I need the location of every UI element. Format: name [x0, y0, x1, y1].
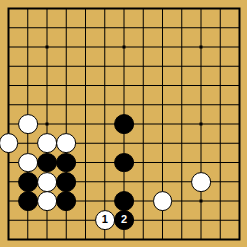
- intersection[interactable]: [191, 153, 210, 172]
- intersection[interactable]: [57, 211, 76, 230]
- white-stone: [18, 153, 38, 173]
- intersection[interactable]: [0, 95, 18, 114]
- intersection[interactable]: [211, 95, 230, 114]
- intersection[interactable]: [191, 57, 210, 76]
- intersection[interactable]: [18, 0, 37, 18]
- intersection[interactable]: [134, 95, 153, 114]
- intersection[interactable]: [230, 37, 247, 56]
- white-stone: [37, 191, 57, 211]
- intersection[interactable]: [95, 37, 114, 56]
- intersection[interactable]: [172, 18, 191, 37]
- intersection[interactable]: [95, 57, 114, 76]
- white-stone: [18, 114, 38, 134]
- intersection[interactable]: [76, 57, 95, 76]
- intersection[interactable]: [114, 18, 133, 37]
- intersection[interactable]: [18, 211, 37, 230]
- intersection[interactable]: [172, 57, 191, 76]
- intersection[interactable]: [95, 76, 114, 95]
- intersection[interactable]: [37, 230, 56, 247]
- intersection[interactable]: [18, 18, 37, 37]
- intersection[interactable]: [57, 37, 76, 56]
- intersection[interactable]: [134, 37, 153, 56]
- intersection[interactable]: [37, 134, 56, 153]
- intersection[interactable]: [0, 230, 18, 247]
- intersection[interactable]: [57, 134, 76, 153]
- intersection[interactable]: [211, 172, 230, 191]
- intersection[interactable]: [76, 172, 95, 191]
- intersection[interactable]: [134, 153, 153, 172]
- intersection[interactable]: [114, 76, 133, 95]
- intersection[interactable]: [153, 76, 172, 95]
- intersection[interactable]: [76, 114, 95, 133]
- intersection[interactable]: [172, 172, 191, 191]
- intersection[interactable]: [230, 211, 247, 230]
- intersection[interactable]: [18, 230, 37, 247]
- intersection[interactable]: [191, 114, 210, 133]
- intersection[interactable]: [0, 153, 18, 172]
- white-stone: [0, 133, 18, 153]
- intersection[interactable]: [0, 37, 18, 56]
- intersection[interactable]: [230, 172, 247, 191]
- intersection[interactable]: [76, 95, 95, 114]
- intersection[interactable]: [153, 134, 172, 153]
- intersection[interactable]: [114, 191, 133, 210]
- intersection[interactable]: [211, 134, 230, 153]
- intersection[interactable]: [153, 211, 172, 230]
- intersection[interactable]: [37, 211, 56, 230]
- intersection[interactable]: [134, 191, 153, 210]
- intersection[interactable]: [191, 18, 210, 37]
- intersection[interactable]: [57, 114, 76, 133]
- intersection[interactable]: [37, 18, 56, 37]
- intersection[interactable]: [153, 95, 172, 114]
- intersection[interactable]: [37, 95, 56, 114]
- intersection[interactable]: [191, 37, 210, 56]
- black-stone: [114, 153, 134, 173]
- intersection[interactable]: [172, 134, 191, 153]
- intersection[interactable]: [18, 114, 37, 133]
- move-2-black-stone: 2: [114, 210, 134, 230]
- white-stone: [191, 172, 211, 192]
- intersection[interactable]: [95, 0, 114, 18]
- white-stone: [37, 172, 57, 192]
- intersection[interactable]: [172, 230, 191, 247]
- intersection[interactable]: [114, 37, 133, 56]
- intersection[interactable]: [76, 0, 95, 18]
- intersection[interactable]: [114, 114, 133, 133]
- intersection[interactable]: 1: [95, 211, 114, 230]
- intersection[interactable]: [172, 76, 191, 95]
- intersection[interactable]: [230, 18, 247, 37]
- intersection[interactable]: [211, 230, 230, 247]
- intersection[interactable]: [76, 153, 95, 172]
- intersection[interactable]: [57, 153, 76, 172]
- intersection[interactable]: [18, 134, 37, 153]
- intersection[interactable]: [153, 191, 172, 210]
- intersection[interactable]: [0, 172, 18, 191]
- intersection[interactable]: [211, 76, 230, 95]
- intersection[interactable]: [230, 134, 247, 153]
- intersection[interactable]: [172, 95, 191, 114]
- intersection[interactable]: [37, 153, 56, 172]
- intersection[interactable]: [230, 0, 247, 18]
- intersection[interactable]: [76, 37, 95, 56]
- intersection[interactable]: [134, 172, 153, 191]
- intersection[interactable]: [114, 172, 133, 191]
- intersection[interactable]: [153, 0, 172, 18]
- intersection[interactable]: [18, 153, 37, 172]
- go-board: 12: [0, 0, 247, 247]
- intersection[interactable]: [230, 153, 247, 172]
- white-stone: [56, 133, 76, 153]
- move-number-label: 1: [102, 214, 108, 225]
- intersection[interactable]: [114, 153, 133, 172]
- intersection[interactable]: [76, 211, 95, 230]
- intersection[interactable]: [18, 95, 37, 114]
- intersection[interactable]: [18, 57, 37, 76]
- black-stone: [56, 191, 76, 211]
- intersection[interactable]: [230, 230, 247, 247]
- black-stone: [56, 153, 76, 173]
- intersection[interactable]: [18, 37, 37, 56]
- intersection[interactable]: [134, 76, 153, 95]
- black-stone: [18, 172, 38, 192]
- intersection[interactable]: [114, 230, 133, 247]
- intersection[interactable]: [95, 230, 114, 247]
- intersection[interactable]: [95, 191, 114, 210]
- intersection[interactable]: [211, 153, 230, 172]
- intersection[interactable]: [0, 57, 18, 76]
- intersection[interactable]: [57, 230, 76, 247]
- intersection[interactable]: [230, 57, 247, 76]
- intersection[interactable]: [134, 18, 153, 37]
- intersection[interactable]: [211, 37, 230, 56]
- intersection[interactable]: [95, 153, 114, 172]
- intersection[interactable]: [134, 57, 153, 76]
- intersection[interactable]: [0, 191, 18, 210]
- intersection[interactable]: [134, 0, 153, 18]
- intersection[interactable]: [211, 0, 230, 18]
- intersection[interactable]: [153, 18, 172, 37]
- intersection[interactable]: [95, 18, 114, 37]
- intersection[interactable]: [76, 230, 95, 247]
- intersection[interactable]: [153, 114, 172, 133]
- intersection[interactable]: [134, 211, 153, 230]
- intersection[interactable]: [153, 172, 172, 191]
- intersection[interactable]: [153, 57, 172, 76]
- intersection[interactable]: [18, 191, 37, 210]
- intersection[interactable]: [191, 172, 210, 191]
- intersection[interactable]: [153, 230, 172, 247]
- white-stone: [153, 191, 173, 211]
- intersection[interactable]: [57, 95, 76, 114]
- intersection[interactable]: [114, 134, 133, 153]
- intersection[interactable]: [37, 191, 56, 210]
- intersection[interactable]: [37, 76, 56, 95]
- intersection[interactable]: [191, 95, 210, 114]
- move-number-label: 2: [121, 214, 127, 225]
- intersection[interactable]: [134, 134, 153, 153]
- intersection[interactable]: [0, 114, 18, 133]
- intersection[interactable]: [57, 76, 76, 95]
- intersection[interactable]: [191, 191, 210, 210]
- intersection[interactable]: [230, 76, 247, 95]
- intersection[interactable]: [172, 37, 191, 56]
- black-stone: [56, 172, 76, 192]
- intersection[interactable]: [57, 57, 76, 76]
- intersection[interactable]: [191, 211, 210, 230]
- intersection[interactable]: [0, 211, 18, 230]
- intersection[interactable]: [0, 76, 18, 95]
- intersection[interactable]: [0, 0, 18, 18]
- intersection[interactable]: [18, 172, 37, 191]
- intersection[interactable]: [76, 134, 95, 153]
- intersection[interactable]: [76, 18, 95, 37]
- intersection[interactable]: [153, 153, 172, 172]
- intersection[interactable]: [95, 134, 114, 153]
- intersection[interactable]: [191, 0, 210, 18]
- board-intersections: 12: [0, 0, 247, 247]
- intersection[interactable]: [134, 114, 153, 133]
- intersection[interactable]: [230, 114, 247, 133]
- intersection[interactable]: [18, 76, 37, 95]
- black-stone: [37, 153, 57, 173]
- intersection[interactable]: [95, 95, 114, 114]
- intersection[interactable]: [172, 0, 191, 18]
- intersection[interactable]: [134, 230, 153, 247]
- intersection[interactable]: [57, 18, 76, 37]
- intersection[interactable]: [57, 172, 76, 191]
- intersection[interactable]: [37, 57, 56, 76]
- intersection[interactable]: 2: [114, 211, 133, 230]
- intersection[interactable]: [172, 191, 191, 210]
- intersection[interactable]: [76, 191, 95, 210]
- intersection[interactable]: [211, 57, 230, 76]
- black-stone: [114, 191, 134, 211]
- intersection[interactable]: [37, 114, 56, 133]
- intersection[interactable]: [191, 230, 210, 247]
- intersection[interactable]: [211, 191, 230, 210]
- intersection[interactable]: [172, 114, 191, 133]
- intersection[interactable]: [76, 76, 95, 95]
- intersection[interactable]: [211, 211, 230, 230]
- intersection[interactable]: [95, 172, 114, 191]
- intersection[interactable]: [57, 0, 76, 18]
- intersection[interactable]: [153, 37, 172, 56]
- intersection[interactable]: [191, 76, 210, 95]
- intersection[interactable]: [172, 153, 191, 172]
- white-stone: [37, 133, 57, 153]
- black-stone: [114, 114, 134, 134]
- intersection[interactable]: [114, 95, 133, 114]
- black-stone: [18, 191, 38, 211]
- intersection[interactable]: [0, 134, 18, 153]
- intersection[interactable]: [37, 37, 56, 56]
- intersection[interactable]: [114, 0, 133, 18]
- intersection[interactable]: [95, 114, 114, 133]
- intersection[interactable]: [230, 191, 247, 210]
- intersection[interactable]: [0, 18, 18, 37]
- intersection[interactable]: [211, 18, 230, 37]
- intersection[interactable]: [114, 57, 133, 76]
- move-1-white-stone: 1: [95, 210, 115, 230]
- intersection[interactable]: [191, 134, 210, 153]
- intersection[interactable]: [211, 114, 230, 133]
- intersection[interactable]: [37, 0, 56, 18]
- intersection[interactable]: [230, 95, 247, 114]
- intersection[interactable]: [57, 191, 76, 210]
- intersection[interactable]: [172, 211, 191, 230]
- intersection[interactable]: [37, 172, 56, 191]
